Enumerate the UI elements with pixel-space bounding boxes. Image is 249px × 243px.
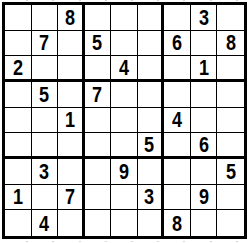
cell-r6c9[interactable] xyxy=(217,133,244,159)
cell-r1c3[interactable]: 8 xyxy=(58,5,85,31)
cell-r6c7[interactable] xyxy=(164,133,191,159)
cell-r6c4[interactable] xyxy=(85,133,112,159)
given-digit-r7c5: 9 xyxy=(119,160,129,183)
cell-r3c3[interactable] xyxy=(58,56,85,82)
cell-r1c7[interactable] xyxy=(164,5,191,31)
cell-r7c3[interactable] xyxy=(58,159,85,185)
cell-r5c3[interactable]: 1 xyxy=(58,108,85,134)
cell-r3c6[interactable] xyxy=(138,56,165,82)
given-digit-r6c8: 6 xyxy=(199,133,209,156)
cell-r7c9[interactable]: 5 xyxy=(217,159,244,185)
given-digit-r8c6: 3 xyxy=(145,185,155,208)
cell-r2c2[interactable]: 7 xyxy=(32,31,59,57)
cell-r2c7[interactable]: 6 xyxy=(164,31,191,57)
cell-r6c6[interactable]: 5 xyxy=(138,133,165,159)
cell-r7c8[interactable] xyxy=(191,159,218,185)
cell-r7c4[interactable] xyxy=(85,159,112,185)
cell-r8c8[interactable]: 9 xyxy=(191,185,218,211)
cell-r6c2[interactable] xyxy=(32,133,59,159)
given-digit-r9c2: 4 xyxy=(39,212,49,235)
cell-r7c5[interactable]: 9 xyxy=(111,159,138,185)
given-digit-r5c3: 1 xyxy=(65,108,75,131)
cell-r3c1[interactable]: 2 xyxy=(5,56,32,82)
cell-r6c1[interactable] xyxy=(5,133,32,159)
cell-r1c2[interactable] xyxy=(32,5,59,31)
cell-r8c5[interactable] xyxy=(111,185,138,211)
cell-r1c8[interactable]: 3 xyxy=(191,5,218,31)
cell-r3c2[interactable] xyxy=(32,56,59,82)
cell-r9c2[interactable]: 4 xyxy=(32,210,59,236)
cell-r3c5[interactable]: 4 xyxy=(111,56,138,82)
given-digit-r1c8: 3 xyxy=(199,6,209,29)
cell-r8c6[interactable]: 3 xyxy=(138,185,165,211)
cell-r1c9[interactable] xyxy=(217,5,244,31)
cell-r8c4[interactable] xyxy=(85,185,112,211)
given-digit-r4c4: 7 xyxy=(92,83,102,106)
given-digit-r3c1: 2 xyxy=(13,56,23,79)
cell-r9c1[interactable] xyxy=(5,210,32,236)
cell-r4c9[interactable] xyxy=(217,82,244,108)
given-digit-r9c7: 8 xyxy=(172,212,182,235)
cell-r1c4[interactable] xyxy=(85,5,112,31)
cell-r1c5[interactable] xyxy=(111,5,138,31)
cell-r5c5[interactable] xyxy=(111,108,138,134)
cell-r4c5[interactable] xyxy=(111,82,138,108)
cell-r6c5[interactable] xyxy=(111,133,138,159)
cell-r5c4[interactable] xyxy=(85,108,112,134)
cell-r7c6[interactable] xyxy=(138,159,165,185)
given-digit-r8c3: 7 xyxy=(65,185,75,208)
cell-r4c3[interactable] xyxy=(58,82,85,108)
cell-r4c2[interactable]: 5 xyxy=(32,82,59,108)
cell-r2c1[interactable] xyxy=(5,31,32,57)
cell-r8c2[interactable] xyxy=(32,185,59,211)
cell-r5c7[interactable]: 4 xyxy=(164,108,191,134)
cell-r2c5[interactable] xyxy=(111,31,138,57)
cell-r5c9[interactable] xyxy=(217,108,244,134)
given-digit-r4c2: 5 xyxy=(39,83,49,106)
given-digit-r6c6: 5 xyxy=(145,133,155,156)
given-digit-r2c2: 7 xyxy=(39,31,49,54)
given-digit-r8c1: 1 xyxy=(13,185,23,208)
cell-r5c6[interactable] xyxy=(138,108,165,134)
cell-r1c6[interactable] xyxy=(138,5,165,31)
cell-r4c1[interactable] xyxy=(5,82,32,108)
cell-r7c7[interactable] xyxy=(164,159,191,185)
cell-r6c8[interactable]: 6 xyxy=(191,133,218,159)
cell-r5c2[interactable] xyxy=(32,108,59,134)
cell-r9c3[interactable] xyxy=(58,210,85,236)
cell-r5c8[interactable] xyxy=(191,108,218,134)
cell-r8c3[interactable]: 7 xyxy=(58,185,85,211)
cell-r7c2[interactable]: 3 xyxy=(32,159,59,185)
cell-r2c8[interactable] xyxy=(191,31,218,57)
cell-r3c8[interactable]: 1 xyxy=(191,56,218,82)
cell-r7c1[interactable] xyxy=(5,159,32,185)
given-digit-r2c7: 6 xyxy=(172,31,182,54)
bottom-margin-gridline-ticks xyxy=(2,241,247,242)
cell-r8c7[interactable] xyxy=(164,185,191,211)
cell-r9c7[interactable]: 8 xyxy=(164,210,191,236)
given-digit-r2c4: 5 xyxy=(92,31,102,54)
cell-r4c4[interactable]: 7 xyxy=(85,82,112,108)
cell-r9c6[interactable] xyxy=(138,210,165,236)
top-margin-gridline-ticks xyxy=(2,0,247,1)
cell-r2c6[interactable] xyxy=(138,31,165,57)
sudoku-board: 837568241571456395173948 xyxy=(2,2,247,239)
cell-r9c4[interactable] xyxy=(85,210,112,236)
cell-r5c1[interactable] xyxy=(5,108,32,134)
cell-r8c1[interactable]: 1 xyxy=(5,185,32,211)
cell-r9c5[interactable] xyxy=(111,210,138,236)
given-digit-r2c9: 8 xyxy=(226,31,236,54)
cell-r3c4[interactable] xyxy=(85,56,112,82)
cell-r2c3[interactable] xyxy=(58,31,85,57)
cell-r2c9[interactable]: 8 xyxy=(217,31,244,57)
given-digit-r3c5: 4 xyxy=(119,56,129,79)
given-digit-r8c8: 9 xyxy=(199,185,209,208)
cell-r4c8[interactable] xyxy=(191,82,218,108)
cell-r3c7[interactable] xyxy=(164,56,191,82)
cell-r4c6[interactable] xyxy=(138,82,165,108)
given-digit-r5c7: 4 xyxy=(172,108,182,131)
cell-r3c9[interactable] xyxy=(217,56,244,82)
cell-r2c4[interactable]: 5 xyxy=(85,31,112,57)
cell-r9c9[interactable] xyxy=(217,210,244,236)
given-digit-r7c9: 5 xyxy=(226,160,236,183)
cell-r6c3[interactable] xyxy=(58,133,85,159)
given-digit-r1c3: 8 xyxy=(65,6,75,29)
given-digit-r3c8: 1 xyxy=(199,56,209,79)
cell-r8c9[interactable] xyxy=(217,185,244,211)
given-digit-r7c2: 3 xyxy=(39,160,49,183)
cell-r1c1[interactable] xyxy=(5,5,32,31)
cell-r4c7[interactable] xyxy=(164,82,191,108)
cell-r9c8[interactable] xyxy=(191,210,218,236)
